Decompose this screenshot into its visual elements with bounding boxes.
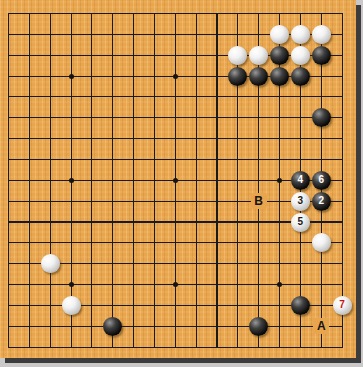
white-stone: 5 (291, 213, 310, 232)
variation-label-A[interactable]: A (313, 318, 329, 334)
go-applet-window: 463257 AB (0, 0, 363, 367)
black-stone (103, 317, 122, 336)
white-stone: 3 (291, 192, 310, 211)
black-stone (249, 67, 268, 86)
white-stone (291, 25, 310, 44)
star-point (277, 178, 282, 183)
black-stone (312, 46, 331, 65)
variation-label-B[interactable]: B (251, 193, 267, 209)
star-point (173, 178, 178, 183)
white-stone (41, 254, 60, 273)
black-stone (249, 317, 268, 336)
black-stone (312, 108, 331, 127)
move-number: 7 (339, 300, 345, 310)
white-stone (62, 296, 81, 315)
move-number: 5 (298, 217, 304, 227)
white-stone (312, 25, 331, 44)
star-point (173, 74, 178, 79)
black-stone (270, 67, 289, 86)
star-point (173, 282, 178, 287)
star-point (69, 282, 74, 287)
go-board[interactable]: 463257 AB (0, 0, 356, 358)
black-stone: 4 (291, 171, 310, 190)
move-number: 4 (298, 175, 304, 185)
black-stone (228, 67, 247, 86)
white-stone (312, 233, 331, 252)
star-point (69, 178, 74, 183)
black-stone: 6 (312, 171, 331, 190)
move-number: 2 (318, 196, 324, 206)
star-point (69, 74, 74, 79)
black-stone: 2 (312, 192, 331, 211)
black-stone (291, 296, 310, 315)
white-stone (270, 25, 289, 44)
black-stone (270, 46, 289, 65)
white-stone (249, 46, 268, 65)
white-stone (291, 46, 310, 65)
move-number: 6 (318, 175, 324, 185)
move-number: 3 (298, 196, 304, 206)
white-stone: 7 (333, 296, 352, 315)
black-stone (291, 67, 310, 86)
white-stone (228, 46, 247, 65)
